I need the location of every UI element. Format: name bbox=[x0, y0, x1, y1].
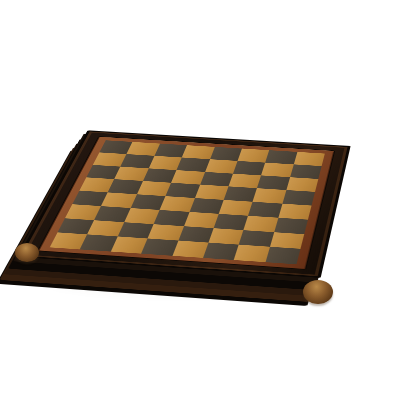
scene-background bbox=[0, 0, 400, 400]
bun-foot-right bbox=[303, 280, 333, 304]
board-frame bbox=[18, 130, 351, 278]
board-square bbox=[234, 245, 270, 262]
board-square bbox=[265, 247, 300, 264]
board-grid bbox=[50, 140, 325, 264]
board-trim bbox=[38, 137, 334, 270]
bun-foot-left bbox=[15, 243, 39, 262]
chessboard bbox=[18, 130, 351, 278]
